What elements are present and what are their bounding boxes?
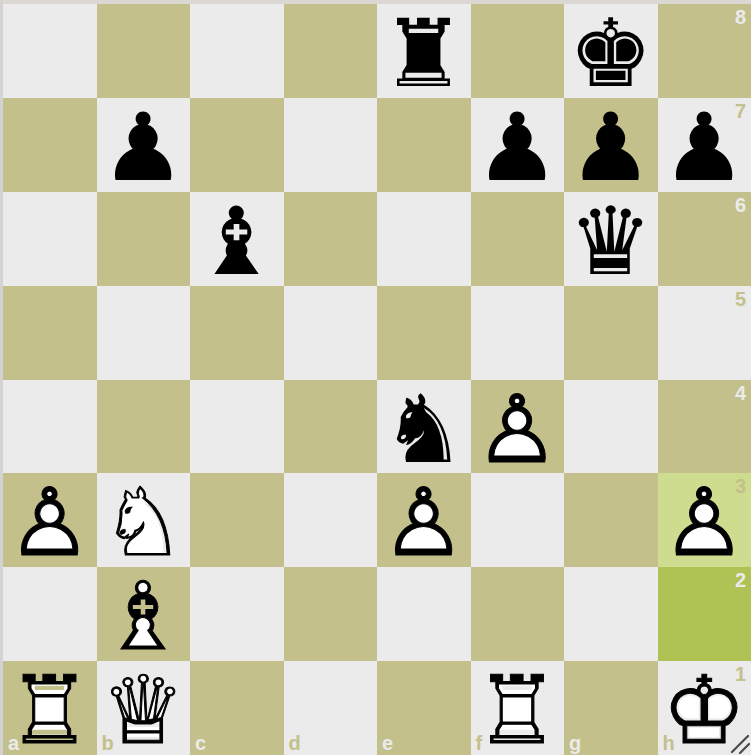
square-f3[interactable] (471, 473, 565, 567)
square-e3[interactable]: ♟♙ (377, 473, 471, 567)
black-rook-glyph: ♜ (382, 7, 466, 101)
square-b2[interactable]: ♝♗ (97, 567, 191, 661)
square-c5[interactable] (190, 286, 284, 380)
square-e2[interactable] (377, 567, 471, 661)
square-d4[interactable] (284, 380, 378, 474)
square-b5[interactable] (97, 286, 191, 380)
white-pawn-outline: ♙ (475, 383, 559, 477)
square-c8[interactable] (190, 4, 284, 98)
white-bishop-outline: ♗ (101, 570, 185, 664)
rank-label-6: 6 (735, 195, 746, 215)
black-bishop[interactable]: ♝ (190, 192, 284, 286)
file-label-d: d (289, 733, 301, 753)
white-rook[interactable]: ♜♖ (471, 661, 565, 755)
square-c4[interactable] (190, 380, 284, 474)
square-h4[interactable]: 4 (658, 380, 751, 474)
white-queen-outline: ♕ (101, 664, 185, 755)
square-b8[interactable] (97, 4, 191, 98)
white-pawn[interactable]: ♟♙ (471, 380, 565, 474)
square-g1[interactable]: g (564, 661, 658, 755)
black-bishop-glyph: ♝ (195, 195, 279, 289)
black-pawn[interactable]: ♟ (564, 98, 658, 192)
square-a8[interactable] (3, 4, 97, 98)
square-f4[interactable]: ♟♙ (471, 380, 565, 474)
square-g2[interactable] (564, 567, 658, 661)
square-b1[interactable]: ♛♕b (97, 661, 191, 755)
square-a2[interactable] (3, 567, 97, 661)
black-queen-glyph: ♛ (569, 195, 653, 289)
square-d7[interactable] (284, 98, 378, 192)
square-d6[interactable] (284, 192, 378, 286)
square-h6[interactable]: 6 (658, 192, 751, 286)
page: ♜♚8♟♟♟♟7♝♛65♞♟♙4♟♙♞♘♟♙♟♙3♝♗2♜♖a♛♕bcde♜♖f… (0, 0, 751, 755)
white-pawn-outline: ♙ (382, 476, 466, 570)
white-pawn[interactable]: ♟♙ (377, 473, 471, 567)
square-a4[interactable] (3, 380, 97, 474)
black-pawn-glyph: ♟ (662, 101, 746, 195)
square-d3[interactable] (284, 473, 378, 567)
square-c7[interactable] (190, 98, 284, 192)
chess-board: ♜♚8♟♟♟♟7♝♛65♞♟♙4♟♙♞♘♟♙♟♙3♝♗2♜♖a♛♕bcde♜♖f… (3, 4, 751, 755)
square-a3[interactable]: ♟♙ (3, 473, 97, 567)
square-d2[interactable] (284, 567, 378, 661)
black-king[interactable]: ♚ (564, 4, 658, 98)
square-c1[interactable]: c (190, 661, 284, 755)
square-e8[interactable]: ♜ (377, 4, 471, 98)
window-left-edge (0, 0, 3, 755)
square-e6[interactable] (377, 192, 471, 286)
black-knight-glyph: ♞ (382, 383, 466, 477)
black-pawn[interactable]: ♟ (471, 98, 565, 192)
white-queen[interactable]: ♛♕ (97, 661, 191, 755)
square-g3[interactable] (564, 473, 658, 567)
square-h3[interactable]: ♟♙3 (658, 473, 751, 567)
white-knight[interactable]: ♞♘ (97, 473, 191, 567)
square-f1[interactable]: ♜♖f (471, 661, 565, 755)
white-knight-outline: ♘ (101, 476, 185, 570)
white-rook-outline: ♖ (475, 664, 559, 755)
square-a6[interactable] (3, 192, 97, 286)
rank-label-2: 2 (735, 570, 746, 590)
square-g8[interactable]: ♚ (564, 4, 658, 98)
square-b3[interactable]: ♞♘ (97, 473, 191, 567)
file-label-c: c (195, 733, 206, 753)
square-b6[interactable] (97, 192, 191, 286)
square-e5[interactable] (377, 286, 471, 380)
square-d1[interactable]: d (284, 661, 378, 755)
square-c6[interactable]: ♝ (190, 192, 284, 286)
rank-label-5: 5 (735, 289, 746, 309)
square-f5[interactable] (471, 286, 565, 380)
square-c2[interactable] (190, 567, 284, 661)
white-bishop[interactable]: ♝♗ (97, 567, 191, 661)
square-b7[interactable]: ♟ (97, 98, 191, 192)
square-g4[interactable] (564, 380, 658, 474)
square-f8[interactable] (471, 4, 565, 98)
square-d5[interactable] (284, 286, 378, 380)
square-f6[interactable] (471, 192, 565, 286)
white-pawn[interactable]: ♟♙ (3, 473, 97, 567)
black-pawn-glyph: ♟ (475, 101, 559, 195)
square-g6[interactable]: ♛ (564, 192, 658, 286)
resize-handle-icon[interactable] (728, 732, 750, 754)
square-a7[interactable] (3, 98, 97, 192)
black-pawn[interactable]: ♟ (658, 98, 751, 192)
square-h5[interactable]: 5 (658, 286, 751, 380)
square-g7[interactable]: ♟ (564, 98, 658, 192)
square-a1[interactable]: ♜♖a (3, 661, 97, 755)
black-pawn-glyph: ♟ (569, 101, 653, 195)
square-e4[interactable]: ♞ (377, 380, 471, 474)
black-rook[interactable]: ♜ (377, 4, 471, 98)
square-f2[interactable] (471, 567, 565, 661)
black-pawn-glyph: ♟ (101, 101, 185, 195)
square-c3[interactable] (190, 473, 284, 567)
white-pawn[interactable]: ♟♙ (658, 473, 751, 567)
square-b4[interactable] (97, 380, 191, 474)
square-d8[interactable] (284, 4, 378, 98)
white-pawn-outline: ♙ (8, 476, 92, 570)
square-a5[interactable] (3, 286, 97, 380)
square-h2[interactable]: 2 (658, 567, 751, 661)
file-label-g: g (569, 733, 581, 753)
black-pawn[interactable]: ♟ (97, 98, 191, 192)
white-pawn-outline: ♙ (662, 476, 746, 570)
square-f7[interactable]: ♟ (471, 98, 565, 192)
square-g5[interactable] (564, 286, 658, 380)
square-e7[interactable] (377, 98, 471, 192)
black-knight[interactable]: ♞ (377, 380, 471, 474)
square-h8[interactable]: 8 (658, 4, 751, 98)
file-label-e: e (382, 733, 393, 753)
rank-label-4: 4 (735, 383, 746, 403)
white-rook[interactable]: ♜♖ (3, 661, 97, 755)
rank-label-8: 8 (735, 7, 746, 27)
black-queen[interactable]: ♛ (564, 192, 658, 286)
square-e1[interactable]: e (377, 661, 471, 755)
black-king-glyph: ♚ (569, 7, 653, 101)
white-rook-outline: ♖ (8, 664, 92, 755)
square-h7[interactable]: ♟7 (658, 98, 751, 192)
